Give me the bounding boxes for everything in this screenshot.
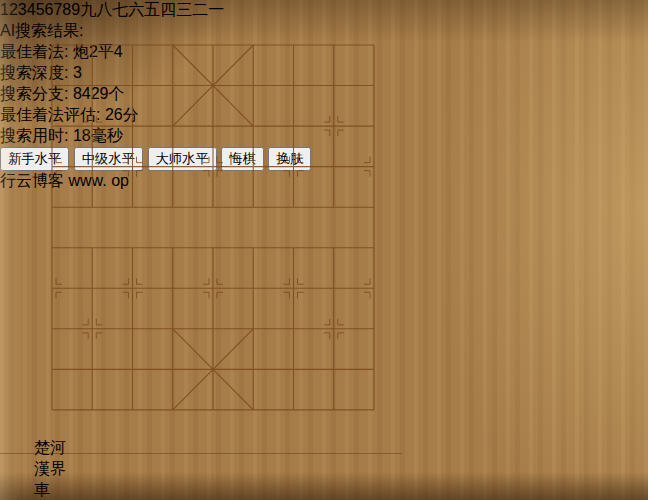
file-label-top-5: 5 (36, 1, 45, 18)
file-label-bottom-4: 六 (128, 1, 144, 18)
piece-black-車[interactable]: 車 (34, 480, 406, 500)
river-label-han-jie: 漢界 (34, 459, 406, 480)
xiangqi-app: 楚河 漢界 車馬士將士象炮車象炮卒卒卒卒卒兵兵兵兵兵炮相車相炮帥仕馬車 1234… (0, 0, 648, 500)
river-label-chu-he: 楚河 (34, 438, 406, 459)
file-label-bottom-5: 五 (144, 1, 160, 18)
file-label-top-8: 8 (62, 1, 71, 18)
file-label-top-4: 4 (27, 1, 36, 18)
file-label-bottom-7: 三 (176, 1, 192, 18)
file-label-top-7: 7 (53, 1, 62, 18)
file-label-bottom-6: 四 (160, 1, 176, 18)
file-labels: 123456789九八七六五四三二一 (0, 0, 648, 21)
desk-plank-highlight (0, 0, 22, 500)
file-label-bottom-9: 一 (208, 1, 224, 18)
file-label-bottom-2: 八 (96, 1, 112, 18)
file-label-bottom-3: 七 (112, 1, 128, 18)
board-grid-lines (34, 26, 406, 434)
file-label-top-9: 9 (71, 1, 80, 18)
piece-glyph: 車 (34, 481, 50, 498)
xiangqi-board[interactable]: 楚河 漢界 車馬士將士象炮車象炮卒卒卒卒卒兵兵兵兵兵炮相車相炮帥仕馬車 (34, 26, 406, 434)
file-label-bottom-8: 二 (192, 1, 208, 18)
file-label-bottom-1: 九 (80, 1, 96, 18)
